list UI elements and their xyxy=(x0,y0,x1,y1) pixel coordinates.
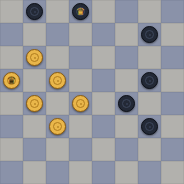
square-r1c6[interactable] xyxy=(138,23,161,46)
square-r6c2[interactable] xyxy=(46,138,69,161)
square-r7c4[interactable] xyxy=(92,161,115,184)
square-r2c0[interactable] xyxy=(0,46,23,69)
square-r3c2[interactable] xyxy=(46,69,69,92)
square-r0c1[interactable] xyxy=(23,0,46,23)
square-r7c6[interactable] xyxy=(138,161,161,184)
square-r1c5[interactable] xyxy=(115,23,138,46)
square-r5c0[interactable] xyxy=(0,115,23,138)
piece-gold-man[interactable] xyxy=(49,72,66,89)
square-r6c4[interactable] xyxy=(92,138,115,161)
square-r1c2[interactable] xyxy=(46,23,69,46)
square-r3c0[interactable]: ♛ xyxy=(0,69,23,92)
square-r5c7[interactable] xyxy=(161,115,184,138)
square-r2c2[interactable] xyxy=(46,46,69,69)
king-crown-icon: ♛ xyxy=(76,6,85,16)
square-r2c1[interactable] xyxy=(23,46,46,69)
square-r2c3[interactable] xyxy=(69,46,92,69)
piece-dark-king[interactable]: ♛ xyxy=(72,3,89,20)
square-r5c4[interactable] xyxy=(92,115,115,138)
square-r4c4[interactable] xyxy=(92,92,115,115)
piece-dark-man[interactable] xyxy=(141,118,158,135)
square-r0c6[interactable] xyxy=(138,0,161,23)
square-r1c1[interactable] xyxy=(23,23,46,46)
square-r3c1[interactable] xyxy=(23,69,46,92)
square-r6c3[interactable] xyxy=(69,138,92,161)
square-r2c5[interactable] xyxy=(115,46,138,69)
square-r4c1[interactable] xyxy=(23,92,46,115)
square-r4c0[interactable] xyxy=(0,92,23,115)
square-r6c6[interactable] xyxy=(138,138,161,161)
square-r2c4[interactable] xyxy=(92,46,115,69)
square-r7c3[interactable] xyxy=(69,161,92,184)
square-r5c1[interactable] xyxy=(23,115,46,138)
square-r5c5[interactable] xyxy=(115,115,138,138)
square-r1c0[interactable] xyxy=(0,23,23,46)
square-r2c7[interactable] xyxy=(161,46,184,69)
square-r7c0[interactable] xyxy=(0,161,23,184)
piece-dark-man[interactable] xyxy=(141,26,158,43)
square-r4c3[interactable] xyxy=(69,92,92,115)
piece-gold-king[interactable]: ♛ xyxy=(3,72,20,89)
square-r1c4[interactable] xyxy=(92,23,115,46)
square-r3c5[interactable] xyxy=(115,69,138,92)
square-r4c2[interactable] xyxy=(46,92,69,115)
square-r5c3[interactable] xyxy=(69,115,92,138)
king-crown-icon: ♛ xyxy=(7,75,16,85)
square-r4c7[interactable] xyxy=(161,92,184,115)
square-r5c2[interactable] xyxy=(46,115,69,138)
square-r6c7[interactable] xyxy=(161,138,184,161)
square-r1c7[interactable] xyxy=(161,23,184,46)
square-r6c1[interactable] xyxy=(23,138,46,161)
square-r7c7[interactable] xyxy=(161,161,184,184)
piece-gold-man[interactable] xyxy=(26,49,43,66)
square-r0c4[interactable] xyxy=(92,0,115,23)
square-r0c0[interactable] xyxy=(0,0,23,23)
square-r3c3[interactable] xyxy=(69,69,92,92)
square-r3c6[interactable] xyxy=(138,69,161,92)
square-r0c5[interactable] xyxy=(115,0,138,23)
square-r5c6[interactable] xyxy=(138,115,161,138)
piece-dark-man[interactable] xyxy=(118,95,135,112)
square-r3c4[interactable] xyxy=(92,69,115,92)
square-r4c6[interactable] xyxy=(138,92,161,115)
square-r7c5[interactable] xyxy=(115,161,138,184)
piece-gold-man[interactable] xyxy=(49,118,66,135)
square-r6c0[interactable] xyxy=(0,138,23,161)
checkers-board: ♛♛ xyxy=(0,0,184,184)
square-r4c5[interactable] xyxy=(115,92,138,115)
square-r0c3[interactable]: ♛ xyxy=(69,0,92,23)
square-r0c7[interactable] xyxy=(161,0,184,23)
square-r7c1[interactable] xyxy=(23,161,46,184)
square-r3c7[interactable] xyxy=(161,69,184,92)
piece-dark-man[interactable] xyxy=(26,3,43,20)
square-r7c2[interactable] xyxy=(46,161,69,184)
piece-gold-man[interactable] xyxy=(72,95,89,112)
square-r1c3[interactable] xyxy=(69,23,92,46)
square-r2c6[interactable] xyxy=(138,46,161,69)
square-r6c5[interactable] xyxy=(115,138,138,161)
piece-gold-man[interactable] xyxy=(26,95,43,112)
square-r0c2[interactable] xyxy=(46,0,69,23)
piece-dark-man[interactable] xyxy=(141,72,158,89)
